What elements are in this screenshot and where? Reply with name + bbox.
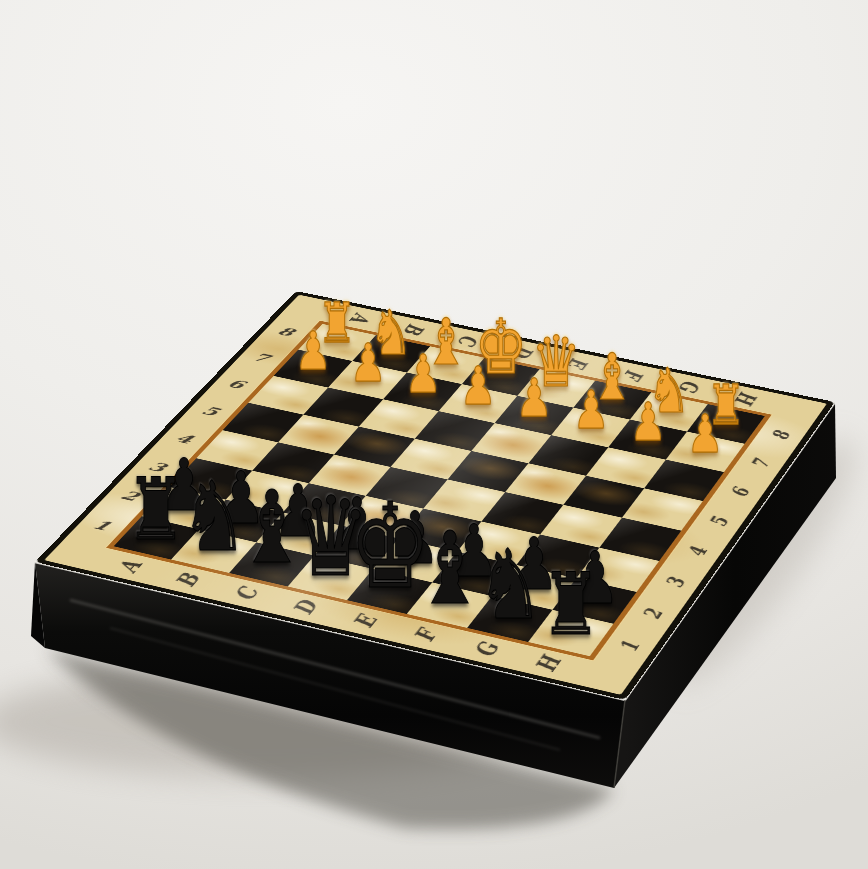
file-label-near-h: H <box>525 652 571 677</box>
rank-label-left-5: 5 <box>189 401 231 422</box>
piece-a7-amber-pawn[interactable]: ♟ <box>295 326 332 379</box>
rank-label-right-3: 3 <box>654 571 698 595</box>
file-label-near-g: G <box>463 637 508 662</box>
file-label-near-f: F <box>402 623 447 647</box>
rank-label-right-5: 5 <box>698 510 741 532</box>
piece-e7-amber-pawn[interactable]: ♟ <box>516 372 553 425</box>
piece-d7-amber-pawn[interactable]: ♟ <box>460 361 497 414</box>
piece-h7-amber-pawn[interactable]: ♟ <box>687 409 724 462</box>
piece-c7-amber-pawn[interactable]: ♟ <box>404 349 441 402</box>
piece-f7-amber-pawn[interactable]: ♟ <box>572 384 609 437</box>
rank-label-left-6: 6 <box>215 374 257 394</box>
rank-label-right-7: 7 <box>740 453 781 474</box>
piece-g1-black-knight[interactable]: ♞ <box>476 537 543 633</box>
rank-label-right-6: 6 <box>719 481 761 503</box>
rank-label-left-7: 7 <box>241 348 282 368</box>
product-photo-stage: AHBGCFDEEDFCGBHA8877665544332211 ♜♞♝♚♛♝♞… <box>0 0 868 869</box>
rank-label-right-2: 2 <box>631 602 675 626</box>
piece-b7-amber-pawn[interactable]: ♟ <box>349 337 386 390</box>
piece-a1-black-rook[interactable]: ♜ <box>126 466 186 552</box>
piece-h1-black-rook[interactable]: ♜ <box>541 561 601 647</box>
rank-label-left-1: 1 <box>79 514 124 537</box>
rank-label-right-1: 1 <box>607 634 652 659</box>
piece-f1-black-bishop[interactable]: ♝ <box>415 519 485 619</box>
rank-label-right-4: 4 <box>676 540 719 563</box>
file-label-near-a: A <box>107 555 152 578</box>
piece-g7-amber-pawn[interactable]: ♟ <box>629 397 666 450</box>
rank-label-right-8: 8 <box>761 425 802 446</box>
